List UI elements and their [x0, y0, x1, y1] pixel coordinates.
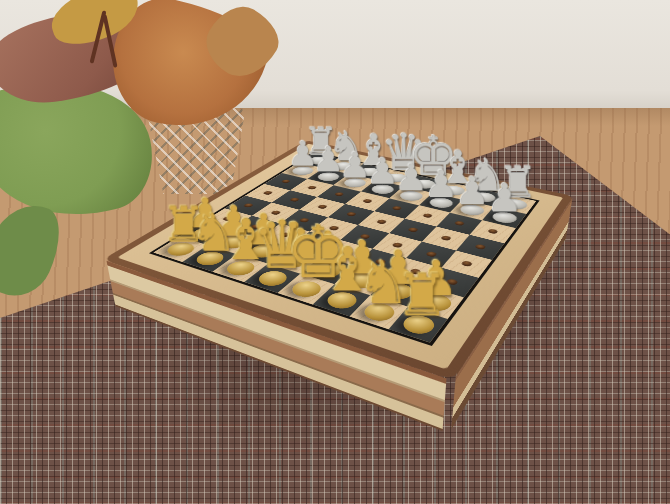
square-h6 — [470, 220, 516, 243]
piece-silver-pawn: ♟ — [367, 153, 399, 189]
piece-silver-pawn: ♟ — [395, 159, 427, 196]
photo-scene: ♜♞♝♛♚♝♞♜♟♟♟♟♟♟♟♟♟♟♟♟♟♟♟♟♜♞♝♛♚♝♞♜ — [0, 0, 670, 504]
piece-gold-rook: ♜ — [396, 266, 440, 324]
square-h7: ♟ — [482, 207, 526, 228]
square-h1: ♜ — [389, 307, 448, 343]
piece-silver-pawn: ♟ — [425, 165, 458, 203]
piece-silver-pawn: ♟ — [455, 171, 489, 209]
piece-gold-knight: ♞ — [358, 252, 401, 311]
square-d6 — [345, 192, 389, 212]
piece-silver-pawn: ♟ — [487, 178, 521, 217]
